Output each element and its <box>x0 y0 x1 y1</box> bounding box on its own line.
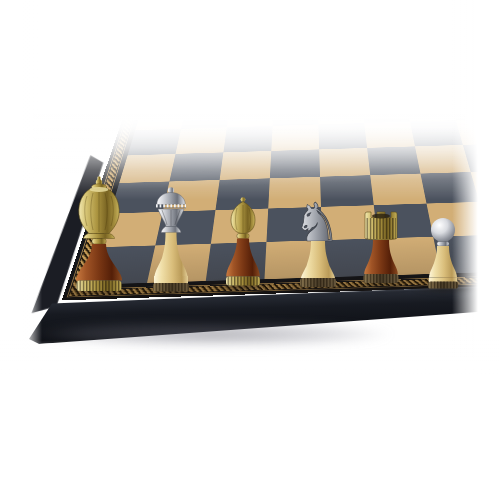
bishop-piece[interactable] <box>218 196 268 288</box>
queen-wood-base <box>155 233 188 277</box>
chess-set-photo: ♞ <box>0 0 500 500</box>
pawn-collar <box>437 242 449 247</box>
bishop-collar <box>237 234 249 239</box>
king-wood-base <box>76 244 122 281</box>
pieces-layer: ♞ <box>0 0 500 500</box>
king-figure <box>70 176 128 292</box>
queen-figure <box>146 186 196 292</box>
king-piece[interactable] <box>70 176 128 292</box>
pawn-wood-base <box>429 246 457 278</box>
rook-wood-base <box>364 240 398 274</box>
pawn-piece[interactable] <box>421 217 465 289</box>
pawn-ball <box>431 218 455 242</box>
rook-hollow-top <box>372 213 390 218</box>
queen-collar <box>161 227 181 233</box>
knight-piece[interactable]: ♞ <box>291 196 345 288</box>
queen-dome <box>157 193 185 205</box>
pawn-figure <box>421 217 465 289</box>
knight-figure: ♞ <box>291 196 345 288</box>
rook-piece[interactable] <box>357 208 405 286</box>
bishop-wood-base <box>226 239 260 277</box>
queen-piece[interactable] <box>146 186 196 292</box>
photo-area: ♞ <box>0 0 500 500</box>
king-collar <box>92 239 106 245</box>
rook-figure <box>357 208 405 286</box>
bishop-figure <box>218 196 268 288</box>
